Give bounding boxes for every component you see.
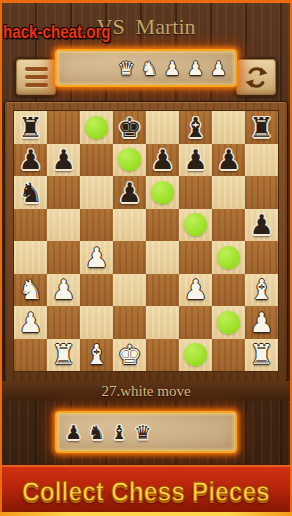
move-hint-d7[interactable] [118, 148, 141, 171]
square-g6[interactable] [212, 176, 245, 209]
square-b3[interactable]: ♟ [47, 274, 80, 307]
captured-black-pawn: ♟ [65, 423, 82, 442]
square-c1[interactable]: ♝ [80, 339, 113, 372]
refresh-icon [243, 65, 270, 90]
square-f2[interactable] [179, 306, 212, 339]
captured-pieces-tray-top: ♛♞♟♟♟ [55, 49, 237, 87]
square-e3[interactable] [146, 274, 179, 307]
square-h3[interactable]: ♝ [245, 274, 278, 307]
square-c5[interactable] [80, 209, 113, 242]
square-e2[interactable] [146, 306, 179, 339]
move-hint-g2[interactable] [217, 311, 240, 334]
black-rook-h8: ♜ [249, 114, 273, 141]
captured-white-pawn: ♟ [187, 59, 204, 78]
move-hint-g4[interactable] [217, 246, 240, 269]
square-b7[interactable]: ♟ [47, 144, 80, 177]
square-e8[interactable] [146, 111, 179, 144]
square-f3[interactable]: ♟ [179, 274, 212, 307]
white-pawn-c4: ♟ [84, 244, 108, 271]
square-a1[interactable] [14, 339, 47, 372]
white-knight-a3: ♞ [18, 276, 42, 303]
square-c7[interactable] [80, 144, 113, 177]
captured-white-knight: ♞ [141, 59, 158, 78]
captured-white-queen: ♛ [118, 59, 135, 78]
square-g2[interactable] [212, 306, 245, 339]
square-a4[interactable] [14, 241, 47, 274]
square-f6[interactable] [179, 176, 212, 209]
white-pawn-h2: ♟ [249, 309, 273, 336]
square-d6[interactable]: ♟ [113, 176, 146, 209]
square-b6[interactable] [47, 176, 80, 209]
square-d3[interactable] [113, 274, 146, 307]
square-g3[interactable] [212, 274, 245, 307]
captured-white-pawn: ♟ [210, 59, 227, 78]
white-rook-h1: ♜ [249, 341, 273, 368]
square-h2[interactable]: ♟ [245, 306, 278, 339]
square-d1[interactable]: ♚ [113, 339, 146, 372]
captured-black-knight: ♞ [88, 423, 105, 442]
white-rook-b1: ♜ [51, 341, 75, 368]
black-knight-a6: ♞ [18, 179, 42, 206]
square-b8[interactable] [47, 111, 80, 144]
ad-banner[interactable]: Collect Chess Pieces [0, 465, 292, 516]
move-hint-f5[interactable] [184, 213, 207, 236]
square-c3[interactable] [80, 274, 113, 307]
square-a5[interactable] [14, 209, 47, 242]
square-c6[interactable] [80, 176, 113, 209]
white-bishop-h3: ♝ [249, 276, 273, 303]
square-a7[interactable]: ♟ [14, 144, 47, 177]
square-h6[interactable] [245, 176, 278, 209]
app-screen: VS Martin hack-cheat.org ♛♞♟♟♟ ♜♚♝♜♟♟♟♟♟… [0, 0, 292, 516]
board-frame: ♜♚♝♜♟♟♟♟♟♞♟♟♟♞♟♟♝♟♟♜♝♚♜ [4, 101, 288, 382]
black-pawn-d6: ♟ [117, 179, 141, 206]
watermark: hack-cheat.org [3, 22, 111, 43]
square-g5[interactable] [212, 209, 245, 242]
black-pawn-e7: ♟ [150, 146, 174, 173]
white-pawn-a2: ♟ [18, 309, 42, 336]
black-pawn-g7: ♟ [216, 146, 240, 173]
white-king-d1: ♚ [117, 341, 141, 368]
square-d4[interactable] [113, 241, 146, 274]
move-hint-e6[interactable] [151, 181, 174, 204]
square-f8[interactable]: ♝ [179, 111, 212, 144]
captured-black-queen: ♛ [134, 423, 151, 442]
black-pawn-h5: ♟ [249, 211, 273, 238]
square-e5[interactable] [146, 209, 179, 242]
square-a2[interactable]: ♟ [14, 306, 47, 339]
square-c8[interactable] [80, 111, 113, 144]
square-h8[interactable]: ♜ [245, 111, 278, 144]
square-h4[interactable] [245, 241, 278, 274]
black-king-d8: ♚ [117, 114, 141, 141]
black-pawn-a7: ♟ [18, 146, 42, 173]
square-a8[interactable]: ♜ [14, 111, 47, 144]
square-h1[interactable]: ♜ [245, 339, 278, 372]
move-hint-f1[interactable] [184, 343, 207, 366]
black-pawn-f7: ♟ [183, 146, 207, 173]
menu-button[interactable] [14, 57, 58, 97]
square-e4[interactable] [146, 241, 179, 274]
square-h7[interactable] [245, 144, 278, 177]
move-hint-c8[interactable] [85, 116, 108, 139]
square-f7[interactable]: ♟ [179, 144, 212, 177]
square-g4[interactable] [212, 241, 245, 274]
status-bar: 27.white move [2, 381, 290, 401]
square-b4[interactable] [47, 241, 80, 274]
square-d8[interactable]: ♚ [113, 111, 146, 144]
square-d5[interactable] [113, 209, 146, 242]
captured-pieces-tray-bottom: ♟♞♝♛ [55, 411, 237, 453]
move-counter: 27.white move [101, 383, 190, 400]
square-b5[interactable] [47, 209, 80, 242]
square-e1[interactable] [146, 339, 179, 372]
captured-black-bishop: ♝ [111, 423, 128, 442]
white-bishop-c1: ♝ [84, 341, 108, 368]
square-g7[interactable]: ♟ [212, 144, 245, 177]
square-b2[interactable] [47, 306, 80, 339]
square-h5[interactable]: ♟ [245, 209, 278, 242]
chess-board: ♜♚♝♜♟♟♟♟♟♞♟♟♟♞♟♟♝♟♟♜♝♚♜ [14, 111, 278, 371]
square-e7[interactable]: ♟ [146, 144, 179, 177]
bottom-gold-strip [0, 512, 292, 516]
square-f4[interactable] [179, 241, 212, 274]
banner-title: Collect Chess Pieces [22, 476, 270, 508]
white-pawn-b3: ♟ [51, 276, 75, 303]
black-bishop-f8: ♝ [183, 114, 207, 141]
refresh-button[interactable] [234, 57, 278, 97]
square-d7[interactable] [113, 144, 146, 177]
square-f5[interactable] [179, 209, 212, 242]
black-pawn-b7: ♟ [51, 146, 75, 173]
square-d2[interactable] [113, 306, 146, 339]
hamburger-icon [25, 63, 48, 91]
square-e6[interactable] [146, 176, 179, 209]
black-rook-a8: ♜ [18, 114, 42, 141]
square-g8[interactable] [212, 111, 245, 144]
square-a6[interactable]: ♞ [14, 176, 47, 209]
square-c4[interactable]: ♟ [80, 241, 113, 274]
square-c2[interactable] [80, 306, 113, 339]
square-g1[interactable] [212, 339, 245, 372]
captured-white-pawn: ♟ [164, 59, 181, 78]
square-b1[interactable]: ♜ [47, 339, 80, 372]
square-a3[interactable]: ♞ [14, 274, 47, 307]
white-pawn-f3: ♟ [183, 276, 207, 303]
square-f1[interactable] [179, 339, 212, 372]
